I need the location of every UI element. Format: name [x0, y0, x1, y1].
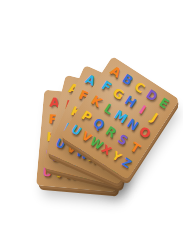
- product-photo: ABCDEFGHIJKLMNOPQRSTUVWXYZ ABCDEFGHIJKLM…: [0, 0, 183, 250]
